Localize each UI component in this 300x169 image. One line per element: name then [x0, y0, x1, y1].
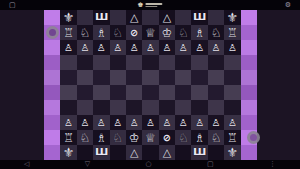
square-r10f3[interactable] — [77, 145, 93, 160]
nav-more-icon[interactable]: ⋮ — [269, 161, 276, 168]
piece-pawn[interactable]: ♙ — [195, 43, 204, 53]
square-r5f3[interactable] — [77, 70, 93, 85]
nav-home-icon[interactable]: ○ — [146, 161, 152, 168]
entry-square-r6f13[interactable] — [241, 85, 257, 100]
square-r3f9[interactable]: ♙ — [175, 40, 191, 55]
piece-knight[interactable]: ♘ — [178, 27, 189, 39]
square-r5f7[interactable] — [142, 70, 158, 85]
square-r5f5[interactable] — [110, 70, 126, 85]
ring-marker[interactable] — [46, 26, 59, 39]
square-r10f4[interactable]: Ш — [93, 145, 109, 160]
square-r1f10[interactable]: Ш — [191, 10, 207, 25]
piece-pawn[interactable]: ♙ — [146, 43, 155, 53]
entry-square-r5f1[interactable] — [44, 70, 60, 85]
square-r4f11[interactable] — [208, 55, 224, 70]
piece-pawn[interactable]: ♙ — [146, 118, 155, 128]
square-r5f8[interactable] — [159, 70, 175, 85]
board: ⚜Ш△△Ш⚜♖♘♗♘⊘♕♔♘♗♘♖♙♙♙♙♙♙♙♙♙♙♙♙♙♙♙♙♙♙♙♙♙♙♖… — [44, 10, 257, 160]
square-r8f10[interactable]: ♙ — [191, 115, 207, 130]
entry-square-r10f1[interactable] — [44, 145, 60, 160]
square-r3f8[interactable]: ♙ — [159, 40, 175, 55]
square-r4f7[interactable] — [142, 55, 158, 70]
square-r10f10[interactable]: Ш — [191, 145, 207, 160]
piece-queen[interactable]: ♕ — [145, 27, 156, 39]
square-r6f2[interactable] — [60, 85, 76, 100]
piece-triangle[interactable]: △ — [163, 147, 171, 158]
nav-back-icon[interactable]: ◁ — [24, 161, 29, 168]
square-r8f2[interactable]: ♙ — [60, 115, 76, 130]
square-r10f6[interactable]: △ — [126, 145, 142, 160]
piece-knight[interactable]: ♘ — [80, 132, 91, 144]
piece-ornate[interactable]: ⚜ — [227, 146, 239, 159]
entry-square-r7f13[interactable] — [241, 100, 257, 115]
square-r3f3[interactable]: ♙ — [77, 40, 93, 55]
piece-pawn[interactable]: ♙ — [113, 43, 122, 53]
square-r3f6[interactable]: ♙ — [126, 40, 142, 55]
square-r6f8[interactable] — [159, 85, 175, 100]
piece-pawn[interactable]: ♙ — [162, 118, 171, 128]
piece-pawn[interactable]: ♙ — [97, 118, 106, 128]
square-r3f4[interactable]: ♙ — [93, 40, 109, 55]
piece-rook[interactable]: ♖ — [227, 132, 238, 144]
square-r7f11[interactable] — [208, 100, 224, 115]
square-r8f3[interactable]: ♙ — [77, 115, 93, 130]
square-r1f8[interactable]: △ — [159, 10, 175, 25]
piece-double-peak[interactable]: Ш — [193, 148, 206, 157]
square-r9f6[interactable]: ♔ — [126, 130, 142, 145]
square-r8f8[interactable]: ♙ — [159, 115, 175, 130]
square-r2f12[interactable]: ♖ — [224, 25, 240, 40]
entry-square-r4f1[interactable] — [44, 55, 60, 70]
entry-square-r4f13[interactable] — [241, 55, 257, 70]
square-r7f6[interactable] — [126, 100, 142, 115]
piece-pawn[interactable]: ♙ — [80, 118, 89, 128]
square-r1f7[interactable] — [142, 10, 158, 25]
square-r8f11[interactable]: ♙ — [208, 115, 224, 130]
square-r6f5[interactable] — [110, 85, 126, 100]
square-r9f12[interactable]: ♖ — [224, 130, 240, 145]
piece-pawn[interactable]: ♙ — [97, 43, 106, 53]
square-r9f5[interactable]: ♘ — [110, 130, 126, 145]
navigation-bar: ◁▽○▢⋮ — [0, 160, 300, 169]
square-r8f6[interactable]: ♙ — [126, 115, 142, 130]
piece-pawn[interactable]: ♙ — [212, 43, 221, 53]
square-r2f6[interactable]: ⊘ — [126, 25, 142, 40]
piece-triangle[interactable]: △ — [130, 147, 138, 158]
entry-square-r5f13[interactable] — [241, 70, 257, 85]
piece-bishop[interactable]: ♗ — [194, 27, 205, 39]
entry-square-r6f1[interactable] — [44, 85, 60, 100]
square-r6f6[interactable] — [126, 85, 142, 100]
square-r10f2[interactable]: ⚜ — [60, 145, 76, 160]
status-square-icon: ▢ — [9, 2, 16, 9]
square-r4f5[interactable] — [110, 55, 126, 70]
square-r10f7[interactable] — [142, 145, 158, 160]
entry-square-r1f13[interactable] — [241, 10, 257, 25]
piece-pawn[interactable]: ♙ — [130, 43, 139, 53]
logo-text-lines — [146, 3, 163, 8]
piece-double-peak[interactable]: Ш — [95, 148, 108, 157]
square-r1f11[interactable] — [208, 10, 224, 25]
square-r8f9[interactable]: ♙ — [175, 115, 191, 130]
entry-square-r2f13[interactable] — [241, 25, 257, 40]
square-r7f5[interactable] — [110, 100, 126, 115]
square-r2f3[interactable]: ♘ — [77, 25, 93, 40]
square-r8f4[interactable]: ♙ — [93, 115, 109, 130]
square-r2f8[interactable]: ♔ — [159, 25, 175, 40]
square-r3f2[interactable]: ♙ — [60, 40, 76, 55]
square-r7f3[interactable] — [77, 100, 93, 115]
nav-square-icon[interactable]: ▢ — [207, 161, 214, 168]
square-r2f2[interactable]: ♖ — [60, 25, 76, 40]
gear-icon: ⚙ — [285, 2, 291, 9]
square-r9f7[interactable]: ♕ — [142, 130, 158, 145]
square-r5f12[interactable] — [224, 70, 240, 85]
piece-rook[interactable]: ♖ — [227, 27, 238, 39]
square-r2f5[interactable]: ♘ — [110, 25, 126, 40]
entry-square-r3f1[interactable] — [44, 40, 60, 55]
piece-pawn[interactable]: ♙ — [179, 43, 188, 53]
piece-knight[interactable]: ♘ — [211, 132, 222, 144]
piece-knight[interactable]: ♘ — [112, 132, 123, 144]
piece-king[interactable]: ♔ — [129, 132, 140, 144]
piece-pawn[interactable]: ♙ — [162, 43, 171, 53]
square-r3f10[interactable]: ♙ — [191, 40, 207, 55]
square-r9f11[interactable]: ♘ — [208, 130, 224, 145]
square-r7f9[interactable] — [175, 100, 191, 115]
square-r3f11[interactable]: ♙ — [208, 40, 224, 55]
crest-icon: ♚ — [137, 2, 143, 9]
piece-king[interactable]: ♔ — [161, 27, 172, 39]
square-r6f9[interactable] — [175, 85, 191, 100]
piece-pawn[interactable]: ♙ — [228, 43, 237, 53]
piece-triangle[interactable]: △ — [130, 12, 138, 23]
square-r5f2[interactable] — [60, 70, 76, 85]
piece-double-peak[interactable]: Ш — [95, 13, 108, 22]
piece-pawn[interactable]: ♙ — [130, 118, 139, 128]
square-r6f7[interactable] — [142, 85, 158, 100]
square-r8f5[interactable]: ♙ — [110, 115, 126, 130]
square-r3f12[interactable]: ♙ — [224, 40, 240, 55]
piece-pawn[interactable]: ♙ — [64, 118, 73, 128]
square-r4f2[interactable] — [60, 55, 76, 70]
piece-knight[interactable]: ♘ — [112, 27, 123, 39]
square-r10f9[interactable] — [175, 145, 191, 160]
piece-pawn[interactable]: ♙ — [80, 43, 89, 53]
piece-rook[interactable]: ♖ — [63, 132, 74, 144]
square-r4f8[interactable] — [159, 55, 175, 70]
square-r2f10[interactable]: ♗ — [191, 25, 207, 40]
square-r4f12[interactable] — [224, 55, 240, 70]
square-r10f5[interactable] — [110, 145, 126, 160]
square-r5f9[interactable] — [175, 70, 191, 85]
square-r8f7[interactable]: ♙ — [142, 115, 158, 130]
square-r6f12[interactable] — [224, 85, 240, 100]
entry-square-r9f1[interactable] — [44, 130, 60, 145]
square-r10f8[interactable]: △ — [159, 145, 175, 160]
square-r5f11[interactable] — [208, 70, 224, 85]
piece-knight[interactable]: ♘ — [80, 27, 91, 39]
square-r6f10[interactable] — [191, 85, 207, 100]
piece-pawn[interactable]: ♙ — [195, 118, 204, 128]
square-r1f9[interactable] — [175, 10, 191, 25]
piece-double-peak[interactable]: Ш — [193, 13, 206, 22]
square-r2f4[interactable]: ♗ — [93, 25, 109, 40]
square-r4f3[interactable] — [77, 55, 93, 70]
entry-square-r7f1[interactable] — [44, 100, 60, 115]
square-r4f10[interactable] — [191, 55, 207, 70]
square-r7f8[interactable] — [159, 100, 175, 115]
entry-square-r1f1[interactable] — [44, 10, 60, 25]
square-r4f6[interactable] — [126, 55, 142, 70]
square-r4f4[interactable] — [93, 55, 109, 70]
piece-pawn[interactable]: ♙ — [212, 118, 221, 128]
nav-chevron-icon[interactable]: ▽ — [85, 161, 90, 168]
square-r5f6[interactable] — [126, 70, 142, 85]
square-r1f12[interactable]: ⚜ — [224, 10, 240, 25]
ring-marker[interactable] — [247, 131, 260, 144]
piece-ornate[interactable]: ⚜ — [63, 11, 75, 24]
entry-square-r8f13[interactable] — [241, 115, 257, 130]
square-r9f10[interactable]: ♗ — [191, 130, 207, 145]
square-r9f2[interactable]: ♖ — [60, 130, 76, 145]
piece-knight[interactable]: ♘ — [211, 27, 222, 39]
square-r1f4[interactable]: Ш — [93, 10, 109, 25]
square-r9f9[interactable]: ♘ — [175, 130, 191, 145]
piece-knight[interactable]: ♘ — [178, 132, 189, 144]
square-r7f2[interactable] — [60, 100, 76, 115]
piece-pawn[interactable]: ♙ — [228, 118, 237, 128]
entry-square-r10f13[interactable] — [241, 145, 257, 160]
square-r9f4[interactable]: ♗ — [93, 130, 109, 145]
square-r1f3[interactable] — [77, 10, 93, 25]
square-r6f4[interactable] — [93, 85, 109, 100]
entry-square-r3f13[interactable] — [241, 40, 257, 55]
piece-ornate[interactable]: ⚜ — [63, 146, 75, 159]
square-r4f9[interactable] — [175, 55, 191, 70]
square-r5f4[interactable] — [93, 70, 109, 85]
square-r10f12[interactable]: ⚜ — [224, 145, 240, 160]
square-r8f12[interactable]: ♙ — [224, 115, 240, 130]
piece-orb[interactable]: ⊘ — [163, 133, 171, 143]
piece-bishop[interactable]: ♗ — [96, 27, 107, 39]
piece-triangle[interactable]: △ — [163, 12, 171, 23]
piece-bishop[interactable]: ♗ — [194, 132, 205, 144]
square-r2f7[interactable]: ♕ — [142, 25, 158, 40]
entry-square-r8f1[interactable] — [44, 115, 60, 130]
app-logo: ♚ — [137, 0, 162, 10]
square-r7f4[interactable] — [93, 100, 109, 115]
piece-bishop[interactable]: ♗ — [96, 132, 107, 144]
piece-queen[interactable]: ♕ — [145, 132, 156, 144]
square-r3f5[interactable]: ♙ — [110, 40, 126, 55]
square-r6f3[interactable] — [77, 85, 93, 100]
square-r9f8[interactable]: ⊘ — [159, 130, 175, 145]
square-r6f11[interactable] — [208, 85, 224, 100]
piece-pawn[interactable]: ♙ — [179, 118, 188, 128]
square-r2f9[interactable]: ♘ — [175, 25, 191, 40]
square-r9f3[interactable]: ♘ — [77, 130, 93, 145]
piece-pawn[interactable]: ♙ — [64, 43, 73, 53]
square-r5f10[interactable] — [191, 70, 207, 85]
square-r7f10[interactable] — [191, 100, 207, 115]
piece-pawn[interactable]: ♙ — [113, 118, 122, 128]
square-r7f12[interactable] — [224, 100, 240, 115]
square-r10f11[interactable] — [208, 145, 224, 160]
square-r3f7[interactable]: ♙ — [142, 40, 158, 55]
square-r1f5[interactable] — [110, 10, 126, 25]
square-r2f11[interactable]: ♘ — [208, 25, 224, 40]
piece-ornate[interactable]: ⚜ — [227, 11, 239, 24]
piece-orb[interactable]: ⊘ — [130, 28, 138, 38]
piece-rook[interactable]: ♖ — [63, 27, 74, 39]
square-r1f6[interactable]: △ — [126, 10, 142, 25]
square-r7f7[interactable] — [142, 100, 158, 115]
square-r1f2[interactable]: ⚜ — [60, 10, 76, 25]
